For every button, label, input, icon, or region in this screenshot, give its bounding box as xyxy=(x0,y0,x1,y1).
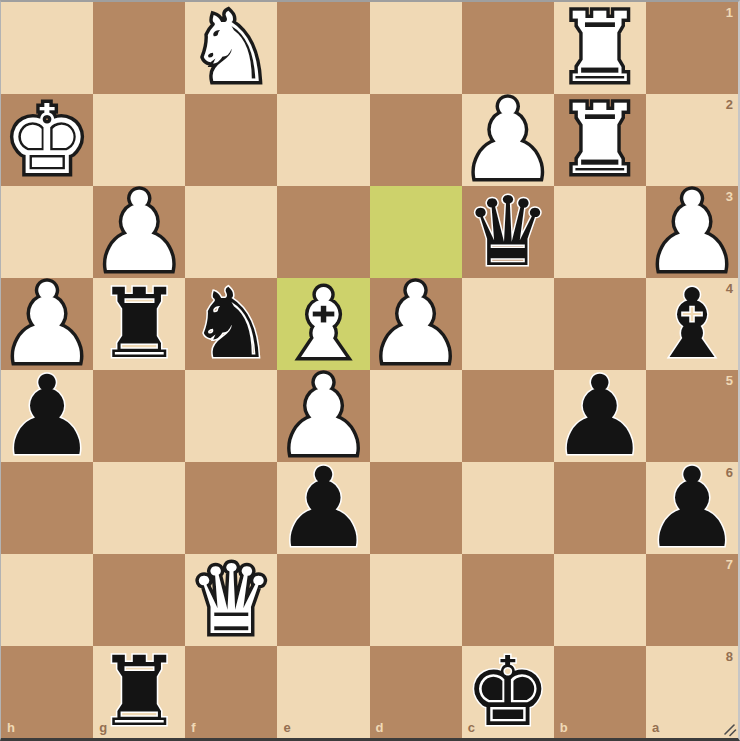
piece-glyph-outline: ♞ xyxy=(185,2,277,94)
file-label-a: a xyxy=(652,721,659,734)
square-a8[interactable]: a8 xyxy=(646,646,738,738)
piece-black-rook[interactable]: ♜♜ xyxy=(93,278,185,370)
piece-glyph-fill: ♟ xyxy=(370,278,462,370)
piece-glyph-fill: ♟ xyxy=(462,94,554,186)
square-f3[interactable] xyxy=(185,186,277,278)
square-d7[interactable] xyxy=(370,554,462,646)
piece-glyph-fill: ♝ xyxy=(646,278,738,370)
square-b5[interactable]: ♟♟ xyxy=(554,370,646,462)
chess-board: ♞♞♜♜1♚♚♟♟♜♜2♟♟♛♛♟♟3♟♟♜♜♞♞♝♝♟♟♝♝4♟♟♟♟♟♟5♟… xyxy=(0,0,740,741)
piece-glyph-fill: ♟ xyxy=(646,186,738,278)
piece-glyph-outline: ♟ xyxy=(277,462,369,554)
piece-glyph-fill: ♜ xyxy=(554,94,646,186)
square-f6[interactable] xyxy=(185,462,277,554)
square-e5[interactable]: ♟♟ xyxy=(277,370,369,462)
piece-glyph-fill: ♟ xyxy=(277,462,369,554)
piece-glyph-outline: ♟ xyxy=(93,186,185,278)
square-d3[interactable] xyxy=(370,186,462,278)
rank-label-7: 7 xyxy=(726,558,733,571)
piece-glyph-fill: ♟ xyxy=(93,186,185,278)
piece-white-king[interactable]: ♚♚ xyxy=(1,94,93,186)
square-a4[interactable]: ♝♝4 xyxy=(646,278,738,370)
square-e1[interactable] xyxy=(277,2,369,94)
piece-white-rook[interactable]: ♜♜ xyxy=(554,94,646,186)
square-g4[interactable]: ♜♜ xyxy=(93,278,185,370)
square-f5[interactable] xyxy=(185,370,277,462)
square-b6[interactable] xyxy=(554,462,646,554)
piece-glyph-outline: ♟ xyxy=(1,278,93,370)
piece-glyph-fill: ♟ xyxy=(277,370,369,462)
piece-white-pawn[interactable]: ♟♟ xyxy=(1,278,93,370)
file-label-d: d xyxy=(376,721,384,734)
square-d1[interactable] xyxy=(370,2,462,94)
piece-glyph-outline: ♟ xyxy=(1,370,93,462)
square-e4[interactable]: ♝♝ xyxy=(277,278,369,370)
piece-glyph-fill: ♝ xyxy=(277,278,369,370)
square-d8[interactable]: d xyxy=(370,646,462,738)
piece-glyph-outline: ♟ xyxy=(370,278,462,370)
square-g1[interactable] xyxy=(93,2,185,94)
piece-white-knight[interactable]: ♞♞ xyxy=(185,2,277,94)
piece-glyph-outline: ♛ xyxy=(185,554,277,646)
square-h6[interactable] xyxy=(1,462,93,554)
rank-label-8: 8 xyxy=(726,650,733,663)
piece-glyph-outline: ♟ xyxy=(462,94,554,186)
square-a6[interactable]: ♟♟6 xyxy=(646,462,738,554)
square-e8[interactable]: e xyxy=(277,646,369,738)
square-h5[interactable]: ♟♟ xyxy=(1,370,93,462)
piece-black-pawn[interactable]: ♟♟ xyxy=(277,462,369,554)
square-g3[interactable]: ♟♟ xyxy=(93,186,185,278)
piece-white-queen[interactable]: ♛♛ xyxy=(185,554,277,646)
piece-black-queen[interactable]: ♛♛ xyxy=(462,186,554,278)
piece-white-pawn[interactable]: ♟♟ xyxy=(646,186,738,278)
square-c5[interactable] xyxy=(462,370,554,462)
rank-label-2: 2 xyxy=(726,98,733,111)
piece-glyph-outline: ♟ xyxy=(554,370,646,462)
square-c6[interactable] xyxy=(462,462,554,554)
piece-glyph-fill: ♜ xyxy=(554,2,646,94)
piece-black-pawn[interactable]: ♟♟ xyxy=(646,462,738,554)
piece-glyph-outline: ♚ xyxy=(462,646,554,738)
piece-glyph-fill: ♟ xyxy=(646,462,738,554)
piece-glyph-outline: ♞ xyxy=(185,278,277,370)
file-label-e: e xyxy=(283,721,290,734)
square-b7[interactable] xyxy=(554,554,646,646)
square-e6[interactable]: ♟♟ xyxy=(277,462,369,554)
piece-glyph-outline: ♝ xyxy=(277,278,369,370)
piece-glyph-outline: ♟ xyxy=(277,370,369,462)
file-label-g: g xyxy=(99,721,107,734)
square-g8[interactable]: ♜♜g xyxy=(93,646,185,738)
square-e2[interactable] xyxy=(277,94,369,186)
board-resize-handle-icon[interactable] xyxy=(722,722,737,737)
square-c1[interactable] xyxy=(462,2,554,94)
piece-white-pawn[interactable]: ♟♟ xyxy=(370,278,462,370)
piece-white-rook[interactable]: ♜♜ xyxy=(554,2,646,94)
square-b2[interactable]: ♜♜ xyxy=(554,94,646,186)
square-c2[interactable]: ♟♟ xyxy=(462,94,554,186)
square-h8[interactable]: h xyxy=(1,646,93,738)
rank-label-6: 6 xyxy=(726,466,733,479)
piece-black-knight[interactable]: ♞♞ xyxy=(185,278,277,370)
piece-glyph-fill: ♜ xyxy=(93,278,185,370)
piece-glyph-outline: ♜ xyxy=(554,2,646,94)
square-b4[interactable] xyxy=(554,278,646,370)
rank-label-3: 3 xyxy=(726,190,733,203)
piece-glyph-fill: ♚ xyxy=(462,646,554,738)
square-c8[interactable]: ♚♚c xyxy=(462,646,554,738)
rank-label-4: 4 xyxy=(726,282,733,295)
piece-glyph-fill: ♟ xyxy=(554,370,646,462)
square-f4[interactable]: ♞♞ xyxy=(185,278,277,370)
square-g6[interactable] xyxy=(93,462,185,554)
square-g7[interactable] xyxy=(93,554,185,646)
square-c4[interactable] xyxy=(462,278,554,370)
square-h7[interactable] xyxy=(1,554,93,646)
piece-glyph-fill: ♟ xyxy=(1,370,93,462)
piece-white-pawn[interactable]: ♟♟ xyxy=(277,370,369,462)
piece-glyph-outline: ♟ xyxy=(646,186,738,278)
square-a1[interactable]: 1 xyxy=(646,2,738,94)
square-b1[interactable]: ♜♜ xyxy=(554,2,646,94)
piece-white-bishop[interactable]: ♝♝ xyxy=(277,278,369,370)
piece-black-pawn[interactable]: ♟♟ xyxy=(1,370,93,462)
square-b3[interactable] xyxy=(554,186,646,278)
piece-glyph-outline: ♛ xyxy=(462,186,554,278)
square-f8[interactable]: f xyxy=(185,646,277,738)
square-d6[interactable] xyxy=(370,462,462,554)
piece-black-king[interactable]: ♚♚ xyxy=(462,646,554,738)
piece-glyph-fill: ♞ xyxy=(185,2,277,94)
square-d5[interactable] xyxy=(370,370,462,462)
square-h1[interactable] xyxy=(1,2,93,94)
square-a3[interactable]: ♟♟3 xyxy=(646,186,738,278)
file-label-b: b xyxy=(560,721,568,734)
file-label-f: f xyxy=(191,721,195,734)
piece-white-pawn[interactable]: ♟♟ xyxy=(93,186,185,278)
piece-glyph-fill: ♞ xyxy=(185,278,277,370)
file-label-c: c xyxy=(468,721,475,734)
square-a7[interactable]: 7 xyxy=(646,554,738,646)
square-h3[interactable] xyxy=(1,186,93,278)
piece-black-pawn[interactable]: ♟♟ xyxy=(554,370,646,462)
piece-glyph-fill: ♛ xyxy=(462,186,554,278)
square-g5[interactable] xyxy=(93,370,185,462)
piece-glyph-fill: ♟ xyxy=(1,278,93,370)
square-d4[interactable]: ♟♟ xyxy=(370,278,462,370)
rank-label-1: 1 xyxy=(726,6,733,19)
square-c3[interactable]: ♛♛ xyxy=(462,186,554,278)
square-a2[interactable]: 2 xyxy=(646,94,738,186)
square-f2[interactable] xyxy=(185,94,277,186)
piece-white-pawn[interactable]: ♟♟ xyxy=(462,94,554,186)
square-c7[interactable] xyxy=(462,554,554,646)
square-e3[interactable] xyxy=(277,186,369,278)
piece-glyph-fill: ♛ xyxy=(185,554,277,646)
file-label-h: h xyxy=(7,721,15,734)
square-d2[interactable] xyxy=(370,94,462,186)
square-h2[interactable]: ♚♚ xyxy=(1,94,93,186)
rank-label-5: 5 xyxy=(726,374,733,387)
square-a5[interactable]: 5 xyxy=(646,370,738,462)
piece-black-bishop[interactable]: ♝♝ xyxy=(646,278,738,370)
square-h4[interactable]: ♟♟ xyxy=(1,278,93,370)
square-e7[interactable] xyxy=(277,554,369,646)
piece-glyph-outline: ♜ xyxy=(93,278,185,370)
square-f7[interactable]: ♛♛ xyxy=(185,554,277,646)
piece-glyph-outline: ♚ xyxy=(1,94,93,186)
piece-glyph-outline: ♜ xyxy=(554,94,646,186)
square-b8[interactable]: b xyxy=(554,646,646,738)
square-g2[interactable] xyxy=(93,94,185,186)
piece-glyph-outline: ♝ xyxy=(646,278,738,370)
piece-glyph-fill: ♚ xyxy=(1,94,93,186)
square-f1[interactable]: ♞♞ xyxy=(185,2,277,94)
piece-glyph-outline: ♟ xyxy=(646,462,738,554)
